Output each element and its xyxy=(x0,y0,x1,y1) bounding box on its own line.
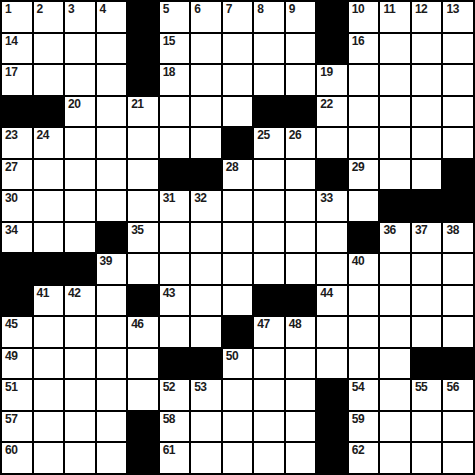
grid-cell[interactable] xyxy=(223,97,253,127)
clue-number: 3 xyxy=(68,3,74,16)
grid-cell[interactable]: 8 xyxy=(254,2,284,32)
grid-cell[interactable] xyxy=(380,97,410,127)
grid-cell[interactable] xyxy=(443,412,473,442)
block-cell xyxy=(160,160,190,190)
grid-cell[interactable] xyxy=(380,254,410,284)
clue-number: 38 xyxy=(446,224,458,237)
grid-cell[interactable] xyxy=(349,191,379,221)
block-cell xyxy=(317,34,347,64)
block-cell xyxy=(317,380,347,410)
block-cell xyxy=(128,286,158,316)
grid-cell[interactable] xyxy=(191,254,221,284)
grid-cell[interactable] xyxy=(160,128,190,158)
grid-cell[interactable] xyxy=(317,349,347,379)
clue-number: 42 xyxy=(68,287,80,300)
grid-cell[interactable]: 19 xyxy=(317,65,347,95)
block-cell xyxy=(286,97,316,127)
clue-number: 40 xyxy=(352,255,364,268)
block-cell xyxy=(128,443,158,473)
clue-number: 28 xyxy=(226,161,238,174)
grid-cell[interactable]: 37 xyxy=(412,223,442,253)
grid-cell[interactable]: 47 xyxy=(254,317,284,347)
grid-cell[interactable] xyxy=(412,97,442,127)
clue-number: 56 xyxy=(446,381,458,394)
grid-cell[interactable] xyxy=(380,65,410,95)
clue-number: 45 xyxy=(5,318,17,331)
block-cell xyxy=(412,349,442,379)
grid-cell[interactable] xyxy=(412,286,442,316)
grid-cell[interactable] xyxy=(254,160,284,190)
grid-cell[interactable]: 6 xyxy=(191,2,221,32)
grid-cell[interactable] xyxy=(34,443,64,473)
grid-cell[interactable] xyxy=(65,380,95,410)
grid-cell[interactable]: 5 xyxy=(160,2,190,32)
grid-cell[interactable]: 23 xyxy=(2,128,32,158)
grid-cell[interactable] xyxy=(34,412,64,442)
clue-number: 10 xyxy=(352,3,364,16)
clue-number: 27 xyxy=(5,161,17,174)
grid-cell[interactable]: 27 xyxy=(2,160,32,190)
grid-cell[interactable] xyxy=(443,254,473,284)
grid-cell[interactable]: 33 xyxy=(317,191,347,221)
clue-number: 62 xyxy=(352,444,364,457)
grid-cell[interactable]: 2 xyxy=(34,2,64,32)
clue-number: 53 xyxy=(194,381,206,394)
grid-cell[interactable]: 28 xyxy=(223,160,253,190)
grid-cell[interactable] xyxy=(34,34,64,64)
grid-cell[interactable] xyxy=(223,443,253,473)
clue-number: 19 xyxy=(320,66,332,79)
block-cell xyxy=(97,223,127,253)
clue-number: 2 xyxy=(37,3,43,16)
grid-cell[interactable]: 38 xyxy=(443,223,473,253)
grid-cell[interactable] xyxy=(191,443,221,473)
block-cell xyxy=(223,128,253,158)
grid-cell[interactable] xyxy=(349,317,379,347)
grid-cell[interactable]: 9 xyxy=(286,2,316,32)
grid-cell[interactable] xyxy=(412,254,442,284)
clue-number: 29 xyxy=(352,161,364,174)
grid-cell[interactable] xyxy=(223,412,253,442)
clue-number: 11 xyxy=(383,3,395,16)
grid-cell[interactable] xyxy=(65,412,95,442)
clue-number: 33 xyxy=(320,192,332,205)
clue-number: 59 xyxy=(352,413,364,426)
clue-number: 51 xyxy=(5,381,17,394)
grid-cell[interactable] xyxy=(380,412,410,442)
block-cell xyxy=(160,349,190,379)
grid-cell[interactable]: 46 xyxy=(128,317,158,347)
grid-cell[interactable] xyxy=(191,128,221,158)
grid-cell[interactable] xyxy=(254,380,284,410)
block-cell xyxy=(317,2,347,32)
grid-cell[interactable]: 29 xyxy=(349,160,379,190)
clue-number: 35 xyxy=(131,224,143,237)
clue-number: 30 xyxy=(5,192,17,205)
grid-cell[interactable]: 34 xyxy=(2,223,32,253)
grid-cell[interactable] xyxy=(380,34,410,64)
grid-cell[interactable] xyxy=(191,286,221,316)
grid-cell[interactable] xyxy=(443,128,473,158)
grid-cell[interactable]: 40 xyxy=(349,254,379,284)
grid-cell[interactable] xyxy=(97,349,127,379)
grid-cell[interactable] xyxy=(223,65,253,95)
clue-number: 41 xyxy=(37,287,49,300)
grid-cell[interactable] xyxy=(412,443,442,473)
grid-cell[interactable] xyxy=(412,65,442,95)
grid-cell[interactable] xyxy=(317,128,347,158)
grid-cell[interactable] xyxy=(349,97,379,127)
grid-cell[interactable] xyxy=(286,65,316,95)
block-cell xyxy=(317,160,347,190)
grid-cell[interactable] xyxy=(443,97,473,127)
clue-number: 18 xyxy=(163,66,175,79)
grid-cell[interactable]: 58 xyxy=(160,412,190,442)
grid-cell[interactable] xyxy=(380,443,410,473)
clue-number: 13 xyxy=(446,3,458,16)
grid-cell[interactable] xyxy=(160,223,190,253)
clue-number: 1 xyxy=(5,3,11,16)
clue-number: 20 xyxy=(68,98,80,111)
block-cell xyxy=(412,191,442,221)
clue-number: 36 xyxy=(383,224,395,237)
clue-number: 21 xyxy=(131,98,143,111)
grid-cell[interactable] xyxy=(191,65,221,95)
clue-number: 34 xyxy=(5,224,17,237)
grid-cell[interactable] xyxy=(191,317,221,347)
block-cell xyxy=(191,160,221,190)
grid-cell[interactable] xyxy=(97,191,127,221)
grid-cell[interactable]: 31 xyxy=(160,191,190,221)
grid-cell[interactable] xyxy=(380,286,410,316)
clue-number: 32 xyxy=(194,192,206,205)
grid-cell[interactable] xyxy=(128,128,158,158)
clue-number: 37 xyxy=(415,224,427,237)
grid-cell[interactable] xyxy=(412,34,442,64)
block-cell xyxy=(223,317,253,347)
grid-cell[interactable] xyxy=(97,412,127,442)
grid-cell[interactable]: 60 xyxy=(2,443,32,473)
clue-number: 4 xyxy=(100,3,106,16)
grid-cell[interactable] xyxy=(191,412,221,442)
grid-cell[interactable]: 30 xyxy=(2,191,32,221)
block-cell xyxy=(2,286,32,316)
grid-cell[interactable] xyxy=(349,349,379,379)
grid-cell[interactable] xyxy=(349,286,379,316)
grid-cell[interactable]: 21 xyxy=(128,97,158,127)
clue-number: 43 xyxy=(163,287,175,300)
grid-cell[interactable] xyxy=(443,443,473,473)
grid-cell[interactable]: 20 xyxy=(65,97,95,127)
grid-cell[interactable] xyxy=(34,65,64,95)
grid-cell[interactable] xyxy=(97,34,127,64)
grid-cell[interactable]: 17 xyxy=(2,65,32,95)
grid-cell[interactable] xyxy=(223,191,253,221)
grid-cell[interactable]: 32 xyxy=(191,191,221,221)
grid-cell[interactable] xyxy=(286,412,316,442)
grid-cell[interactable] xyxy=(380,128,410,158)
grid-cell[interactable] xyxy=(286,223,316,253)
grid-cell[interactable] xyxy=(65,65,95,95)
grid-cell[interactable] xyxy=(443,286,473,316)
clue-number: 23 xyxy=(5,129,17,142)
clue-number: 9 xyxy=(289,3,295,16)
grid-cell[interactable] xyxy=(223,380,253,410)
grid-cell[interactable] xyxy=(317,317,347,347)
block-cell xyxy=(2,97,32,127)
grid-cell[interactable]: 42 xyxy=(65,286,95,316)
grid-cell[interactable] xyxy=(412,160,442,190)
grid-cell[interactable]: 22 xyxy=(317,97,347,127)
grid-cell[interactable]: 18 xyxy=(160,65,190,95)
grid-cell[interactable] xyxy=(254,254,284,284)
grid-cell[interactable] xyxy=(65,128,95,158)
grid-cell[interactable]: 1 xyxy=(2,2,32,32)
block-cell xyxy=(34,97,64,127)
clue-number: 25 xyxy=(257,129,269,142)
grid-cell[interactable]: 7 xyxy=(223,2,253,32)
grid-cell[interactable] xyxy=(65,191,95,221)
crossword-grid: 1234567891011121314151617181920212223242… xyxy=(0,0,475,475)
grid-cell[interactable]: 13 xyxy=(443,2,473,32)
grid-cell[interactable] xyxy=(97,65,127,95)
grid-cell[interactable] xyxy=(34,380,64,410)
grid-cell[interactable] xyxy=(254,65,284,95)
grid-cell[interactable]: 43 xyxy=(160,286,190,316)
grid-cell[interactable] xyxy=(128,380,158,410)
grid-cell[interactable] xyxy=(34,191,64,221)
block-cell xyxy=(128,412,158,442)
grid-cell[interactable] xyxy=(286,380,316,410)
clue-number: 5 xyxy=(163,3,169,16)
grid-cell[interactable] xyxy=(380,380,410,410)
clue-number: 44 xyxy=(320,287,332,300)
grid-cell[interactable]: 44 xyxy=(317,286,347,316)
grid-cell[interactable]: 51 xyxy=(2,380,32,410)
grid-cell[interactable]: 39 xyxy=(97,254,127,284)
grid-cell[interactable] xyxy=(97,160,127,190)
grid-cell[interactable] xyxy=(286,191,316,221)
clue-number: 61 xyxy=(163,444,175,457)
grid-cell[interactable] xyxy=(380,317,410,347)
grid-cell[interactable]: 4 xyxy=(97,2,127,32)
grid-cell[interactable]: 49 xyxy=(2,349,32,379)
clue-number: 57 xyxy=(5,413,17,426)
grid-cell[interactable] xyxy=(254,34,284,64)
grid-cell[interactable] xyxy=(443,65,473,95)
block-cell xyxy=(34,254,64,284)
grid-cell[interactable] xyxy=(65,349,95,379)
clue-number: 7 xyxy=(226,3,232,16)
grid-cell[interactable] xyxy=(223,223,253,253)
grid-cell[interactable] xyxy=(34,223,64,253)
grid-cell[interactable] xyxy=(443,317,473,347)
grid-cell[interactable]: 41 xyxy=(34,286,64,316)
clue-number: 58 xyxy=(163,413,175,426)
grid-cell[interactable] xyxy=(191,97,221,127)
grid-cell[interactable] xyxy=(286,34,316,64)
grid-cell[interactable]: 54 xyxy=(349,380,379,410)
clue-number: 46 xyxy=(131,318,143,331)
grid-cell[interactable] xyxy=(128,349,158,379)
clue-number: 49 xyxy=(5,350,17,363)
grid-cell[interactable] xyxy=(34,317,64,347)
grid-cell[interactable]: 24 xyxy=(34,128,64,158)
grid-cell[interactable]: 59 xyxy=(349,412,379,442)
grid-cell[interactable]: 25 xyxy=(254,128,284,158)
block-cell xyxy=(128,2,158,32)
grid-cell[interactable] xyxy=(286,349,316,379)
block-cell xyxy=(443,349,473,379)
grid-cell[interactable] xyxy=(65,317,95,347)
block-cell xyxy=(443,160,473,190)
grid-cell[interactable] xyxy=(97,97,127,127)
grid-cell[interactable] xyxy=(254,191,284,221)
block-cell xyxy=(317,412,347,442)
clue-number: 15 xyxy=(163,35,175,48)
grid-cell[interactable] xyxy=(191,223,221,253)
grid-cell[interactable] xyxy=(34,349,64,379)
grid-cell[interactable] xyxy=(128,254,158,284)
clue-number: 8 xyxy=(257,3,263,16)
grid-cell[interactable] xyxy=(223,254,253,284)
grid-cell[interactable]: 56 xyxy=(443,380,473,410)
grid-cell[interactable] xyxy=(97,317,127,347)
block-cell xyxy=(191,349,221,379)
grid-cell[interactable]: 55 xyxy=(412,380,442,410)
grid-cell[interactable] xyxy=(128,191,158,221)
grid-cell[interactable] xyxy=(34,160,64,190)
grid-cell[interactable] xyxy=(97,443,127,473)
clue-number: 24 xyxy=(37,129,49,142)
grid-cell[interactable]: 16 xyxy=(349,34,379,64)
grid-cell[interactable] xyxy=(97,380,127,410)
grid-cell[interactable]: 53 xyxy=(191,380,221,410)
block-cell xyxy=(443,191,473,221)
clue-number: 50 xyxy=(226,350,238,363)
grid-cell[interactable] xyxy=(97,286,127,316)
clue-number: 17 xyxy=(5,66,17,79)
block-cell xyxy=(2,254,32,284)
clue-number: 6 xyxy=(194,3,200,16)
grid-cell[interactable] xyxy=(443,34,473,64)
clue-number: 39 xyxy=(100,255,112,268)
clue-number: 26 xyxy=(289,129,301,142)
grid-cell[interactable] xyxy=(412,317,442,347)
grid-cell[interactable] xyxy=(412,128,442,158)
clue-number: 14 xyxy=(5,35,17,48)
grid-cell[interactable] xyxy=(254,223,284,253)
block-cell xyxy=(65,254,95,284)
grid-cell[interactable]: 26 xyxy=(286,128,316,158)
clue-number: 31 xyxy=(163,192,175,205)
grid-cell[interactable] xyxy=(160,254,190,284)
grid-cell[interactable] xyxy=(65,443,95,473)
grid-cell[interactable]: 62 xyxy=(349,443,379,473)
grid-cell[interactable]: 35 xyxy=(128,223,158,253)
grid-cell[interactable]: 57 xyxy=(2,412,32,442)
block-cell xyxy=(286,286,316,316)
clue-number: 16 xyxy=(352,35,364,48)
grid-cell[interactable] xyxy=(380,160,410,190)
grid-cell[interactable] xyxy=(97,128,127,158)
grid-cell[interactable]: 52 xyxy=(160,380,190,410)
clue-number: 48 xyxy=(289,318,301,331)
crossword-board: 1234567891011121314151617181920212223242… xyxy=(0,0,475,475)
clue-number: 54 xyxy=(352,381,364,394)
clue-number: 52 xyxy=(163,381,175,394)
grid-cell[interactable] xyxy=(254,349,284,379)
grid-cell[interactable]: 61 xyxy=(160,443,190,473)
grid-cell[interactable]: 48 xyxy=(286,317,316,347)
clue-number: 47 xyxy=(257,318,269,331)
clue-number: 22 xyxy=(320,98,332,111)
grid-cell[interactable] xyxy=(349,128,379,158)
block-cell xyxy=(254,286,284,316)
grid-cell[interactable] xyxy=(412,412,442,442)
grid-cell[interactable] xyxy=(65,160,95,190)
grid-cell[interactable]: 15 xyxy=(160,34,190,64)
grid-cell[interactable]: 3 xyxy=(65,2,95,32)
grid-cell[interactable] xyxy=(254,412,284,442)
grid-cell[interactable] xyxy=(286,160,316,190)
grid-cell[interactable] xyxy=(317,223,347,253)
block-cell xyxy=(128,65,158,95)
clue-number: 55 xyxy=(415,381,427,394)
block-cell xyxy=(128,34,158,64)
grid-cell[interactable] xyxy=(254,443,284,473)
grid-cell[interactable] xyxy=(191,34,221,64)
grid-cell[interactable] xyxy=(380,349,410,379)
grid-cell[interactable] xyxy=(65,34,95,64)
grid-cell[interactable] xyxy=(286,443,316,473)
block-cell xyxy=(254,97,284,127)
grid-cell[interactable]: 12 xyxy=(412,2,442,32)
grid-cell[interactable]: 10 xyxy=(349,2,379,32)
grid-cell[interactable]: 50 xyxy=(223,349,253,379)
grid-cell[interactable] xyxy=(223,286,253,316)
block-cell xyxy=(349,223,379,253)
grid-cell[interactable]: 11 xyxy=(380,2,410,32)
clue-number: 60 xyxy=(5,444,17,457)
grid-cell[interactable]: 36 xyxy=(380,223,410,253)
block-cell xyxy=(317,443,347,473)
grid-cell[interactable] xyxy=(128,160,158,190)
grid-cell[interactable] xyxy=(286,254,316,284)
grid-cell[interactable]: 14 xyxy=(2,34,32,64)
clue-number: 12 xyxy=(415,3,427,16)
grid-cell[interactable] xyxy=(223,34,253,64)
grid-cell[interactable] xyxy=(317,254,347,284)
grid-cell[interactable] xyxy=(349,65,379,95)
grid-cell[interactable]: 45 xyxy=(2,317,32,347)
block-cell xyxy=(380,191,410,221)
grid-cell[interactable] xyxy=(65,223,95,253)
grid-cell[interactable] xyxy=(160,317,190,347)
grid-cell[interactable] xyxy=(160,97,190,127)
